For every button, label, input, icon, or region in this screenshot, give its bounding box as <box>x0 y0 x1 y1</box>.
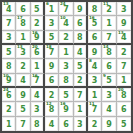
cell-r6c4[interactable]: 6 <box>45 74 59 88</box>
digit: 8 <box>106 49 112 57</box>
digit: 3 <box>6 34 12 42</box>
digit: 9 <box>20 92 26 100</box>
digit: 6 <box>77 20 83 28</box>
digit: 4 <box>49 121 55 129</box>
cell-r9c4[interactable]: 4 <box>45 117 59 131</box>
cell-r7c8[interactable]: 3 <box>102 88 116 102</box>
digit: 1 <box>63 49 69 57</box>
digit: 4 <box>77 49 83 57</box>
digit: 7 <box>77 92 83 100</box>
digit: 6 <box>49 77 55 85</box>
cell-r8c4[interactable]: 128 <box>45 102 59 116</box>
cell-r2c7[interactable]: 165 <box>88 16 102 30</box>
digit: 7 <box>106 34 112 42</box>
digit: 4 <box>6 6 12 14</box>
cell-r9c6[interactable]: 3 <box>74 117 88 131</box>
cell-r6c6[interactable]: 2 <box>74 74 88 88</box>
cell-r6c8[interactable]: 95 <box>102 74 116 88</box>
cell-r5c3[interactable]: 1 <box>31 59 45 73</box>
cell-r9c8[interactable]: 9 <box>102 117 116 131</box>
cell-r7c9[interactable]: 208 <box>117 88 131 102</box>
digit: 2 <box>92 121 98 129</box>
cell-r8c6[interactable]: 1 <box>74 102 88 116</box>
digit: 6 <box>92 34 98 42</box>
cell-r7c6[interactable]: 7 <box>74 88 88 102</box>
digit: 5 <box>20 106 26 114</box>
cell-r1c6[interactable]: 9 <box>74 2 88 16</box>
cell-r3c4[interactable]: 5 <box>45 31 59 45</box>
cell-r7c4[interactable]: 2 <box>45 88 59 102</box>
cell-r1c8[interactable]: 112 <box>102 2 116 16</box>
cell-r2c6[interactable]: 6 <box>74 16 88 30</box>
digit: 9 <box>121 20 127 28</box>
cell-r5c2[interactable]: 2 <box>16 59 30 73</box>
digit: 3 <box>34 106 40 114</box>
digit: 4 <box>34 92 40 100</box>
cell-r5c6[interactable]: 5 <box>74 59 88 73</box>
digit: 7 <box>92 106 98 114</box>
cell-r4c4[interactable]: 187 <box>45 45 59 59</box>
digit: 3 <box>20 49 26 57</box>
sudoku-board: 1346561247981123717823104616519311695286… <box>0 0 133 133</box>
cell-r5c8[interactable]: 6 <box>102 59 116 73</box>
digit: 8 <box>6 63 12 71</box>
cell-r2c5[interactable]: 104 <box>59 16 73 30</box>
cell-r1c3[interactable]: 5 <box>31 2 45 16</box>
cell-r3c1[interactable]: 3 <box>2 31 16 45</box>
cell-r2c9[interactable]: 9 <box>117 16 131 30</box>
digit: 1 <box>6 121 12 129</box>
cell-r6c1[interactable]: 109 <box>2 74 16 88</box>
digit: 6 <box>63 121 69 129</box>
digit: 5 <box>6 49 12 57</box>
digit: 3 <box>63 63 69 71</box>
digit: 3 <box>49 20 55 28</box>
digit: 7 <box>20 121 26 129</box>
cell-r3c8[interactable]: 7 <box>102 31 116 45</box>
digit: 9 <box>63 106 69 114</box>
cell-r8c5[interactable]: 169 <box>59 102 73 116</box>
digit: 4 <box>20 77 26 85</box>
digit: 3 <box>121 6 127 14</box>
cell-r5c5[interactable]: 3 <box>59 59 73 73</box>
digit: 6 <box>34 49 40 57</box>
cell-r2c8[interactable]: 1 <box>102 16 116 30</box>
digit: 7 <box>34 77 40 85</box>
digit: 2 <box>6 106 12 114</box>
digit: 6 <box>20 6 26 14</box>
digit: 3 <box>92 77 98 85</box>
digit: 8 <box>49 106 55 114</box>
digit: 6 <box>106 63 112 71</box>
cell-r2c4[interactable]: 3 <box>45 16 59 30</box>
digit: 8 <box>121 92 127 100</box>
digit: 2 <box>49 92 55 100</box>
digit: 2 <box>106 6 112 14</box>
digit: 5 <box>63 92 69 100</box>
digit: 1 <box>77 106 83 114</box>
cell-r2c2[interactable]: 178 <box>16 16 30 30</box>
digit: 9 <box>49 63 55 71</box>
cell-r9c7[interactable]: 2 <box>88 117 102 131</box>
cell-r8c3[interactable]: 3 <box>31 102 45 116</box>
digit: 9 <box>34 34 40 42</box>
cell-r3c7[interactable]: 6 <box>88 31 102 45</box>
cell-r9c5[interactable]: 6 <box>59 117 73 131</box>
digit: 3 <box>106 92 112 100</box>
cell-r8c1[interactable]: 2 <box>2 102 16 116</box>
cell-r7c2[interactable]: 9 <box>16 88 30 102</box>
cell-r7c1[interactable]: 246 <box>2 88 16 102</box>
cell-r4c8[interactable]: 148 <box>102 45 116 59</box>
digit: 5 <box>77 63 83 71</box>
cell-r4c9[interactable]: 2 <box>117 45 131 59</box>
cell-r4c6[interactable]: 4 <box>74 45 88 59</box>
digit: 2 <box>77 77 83 85</box>
digit: 5 <box>34 6 40 14</box>
cell-r7c5[interactable]: 5 <box>59 88 73 102</box>
cell-r1c4[interactable]: 61 <box>45 2 59 16</box>
cell-r2c1[interactable]: 7 <box>2 16 16 30</box>
digit: 9 <box>6 77 12 85</box>
cell-r3c6[interactable]: 8 <box>74 31 88 45</box>
digit: 5 <box>49 34 55 42</box>
digit: 6 <box>6 92 12 100</box>
cell-r8c8[interactable]: 4 <box>102 102 116 116</box>
cell-r6c3[interactable]: 167 <box>31 74 45 88</box>
cell-r4c1[interactable]: 5 <box>2 45 16 59</box>
digit: 1 <box>20 34 26 42</box>
digit: 8 <box>63 77 69 85</box>
digit: 1 <box>106 20 112 28</box>
cell-r7c3[interactable]: 4 <box>31 88 45 102</box>
cell-r3c5[interactable]: 2 <box>59 31 73 45</box>
cell-r6c7[interactable]: 3 <box>88 74 102 88</box>
cell-r5c1[interactable]: 8 <box>2 59 16 73</box>
digit: 9 <box>92 49 98 57</box>
cell-r3c3[interactable]: 169 <box>31 31 45 45</box>
digit: 2 <box>63 34 69 42</box>
cell-r9c2[interactable]: 7 <box>16 117 30 131</box>
cell-r3c2[interactable]: 1 <box>16 31 30 45</box>
digit: 8 <box>77 34 83 42</box>
digit: 7 <box>121 63 127 71</box>
cell-r6c2[interactable]: 4 <box>16 74 30 88</box>
cell-r1c9[interactable]: 3 <box>117 2 131 16</box>
cell-r2c3[interactable]: 2 <box>31 16 45 30</box>
digit: 6 <box>121 106 127 114</box>
digit: 4 <box>63 20 69 28</box>
cell-r5c7[interactable]: 84 <box>88 59 102 73</box>
cell-r4c5[interactable]: 1 <box>59 45 73 59</box>
digit: 4 <box>121 34 127 42</box>
digit: 8 <box>20 20 26 28</box>
digit: 2 <box>34 20 40 28</box>
cell-r9c1[interactable]: 1 <box>2 117 16 131</box>
cell-r6c5[interactable]: 8 <box>59 74 73 88</box>
cell-r1c5[interactable]: 247 <box>59 2 73 16</box>
digit: 9 <box>77 6 83 14</box>
digit: 1 <box>121 77 127 85</box>
digit: 8 <box>34 121 40 129</box>
cell-r9c3[interactable]: 8 <box>31 117 45 131</box>
digit: 9 <box>106 121 112 129</box>
cell-r5c9[interactable]: 7 <box>117 59 131 73</box>
cell-r8c7[interactable]: 117 <box>88 102 102 116</box>
digit: 1 <box>49 6 55 14</box>
digit: 1 <box>92 92 98 100</box>
digit: 2 <box>20 63 26 71</box>
cell-r8c2[interactable]: 5 <box>16 102 30 116</box>
digit: 4 <box>92 63 98 71</box>
cell-r4c3[interactable]: 206 <box>31 45 45 59</box>
cell-r4c2[interactable]: 133 <box>16 45 30 59</box>
digit: 2 <box>121 49 127 57</box>
digit: 5 <box>121 121 127 129</box>
digit: 4 <box>106 106 112 114</box>
digit: 5 <box>106 77 112 85</box>
cell-r1c2[interactable]: 6 <box>16 2 30 16</box>
cell-r4c7[interactable]: 9 <box>88 45 102 59</box>
digit: 7 <box>6 20 12 28</box>
digit: 8 <box>92 6 98 14</box>
digit: 5 <box>92 20 98 28</box>
cell-r1c7[interactable]: 8 <box>88 2 102 16</box>
cell-r1c1[interactable]: 134 <box>2 2 16 16</box>
digit: 7 <box>63 6 69 14</box>
cell-r6c9[interactable]: 1 <box>117 74 131 88</box>
cell-r7c7[interactable]: 1 <box>88 88 102 102</box>
cell-r9c9[interactable]: 5 <box>117 117 131 131</box>
digit: 1 <box>34 63 40 71</box>
cell-r3c9[interactable]: 134 <box>117 31 131 45</box>
cell-r8c9[interactable]: 6 <box>117 102 131 116</box>
cell-r5c4[interactable]: 9 <box>45 59 59 73</box>
digit: 3 <box>77 121 83 129</box>
digit: 7 <box>49 49 55 57</box>
